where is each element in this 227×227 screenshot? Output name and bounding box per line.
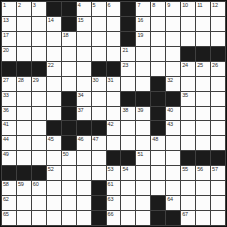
clue-number-27: 27 [3,77,9,83]
cell-r14c3[interactable] [47,211,61,225]
cell-r7c13[interactable] [196,107,210,121]
cell-r14c14[interactable] [211,211,225,225]
cell-r12c4[interactable] [62,181,76,195]
cell-r11c5[interactable] [77,166,91,180]
cell-r7c2[interactable] [32,107,46,121]
blocked-cell-r9c4 [62,136,76,150]
cell-r14c4[interactable] [62,211,76,225]
cell-r2c14[interactable] [211,32,225,46]
cell-r12c9[interactable] [136,181,150,195]
cell-r1c3[interactable]: 14 [47,17,61,31]
cell-r9c13[interactable] [196,136,210,150]
clue-number-33: 33 [3,92,9,98]
cell-r11c13[interactable]: 56 [196,166,210,180]
clue-number-12: 12 [212,2,218,8]
clue-number-60: 60 [33,181,39,187]
cell-r1c5[interactable]: 15 [77,17,91,31]
cell-r14c0[interactable]: 65 [2,211,16,225]
cell-r5c4[interactable] [62,77,76,91]
clue-number-42: 42 [108,121,114,127]
cell-r5c0[interactable]: 27 [2,77,16,91]
cell-r13c3[interactable] [47,196,61,210]
blocked-cell-r6c10 [151,92,165,106]
clue-number-62: 62 [3,196,9,202]
clue-number-31: 31 [108,77,114,83]
blocked-cell-r10c7 [107,151,121,165]
blocked-cell-r6c9 [136,92,150,106]
cell-r7c0[interactable]: 36 [2,107,16,121]
clue-number-50: 50 [63,151,69,157]
cell-r7c5[interactable]: 37 [77,107,91,121]
cell-r10c2[interactable] [32,151,46,165]
cell-r3c5[interactable] [77,47,91,61]
blocked-cell-r6c8 [121,92,135,106]
clue-number-10: 10 [182,2,188,8]
cell-r0c13[interactable]: 11 [196,2,210,16]
cell-r14c13[interactable] [196,211,210,225]
blocked-cell-r4c2 [32,62,46,76]
cell-r6c5[interactable]: 34 [77,92,91,106]
cell-r6c3[interactable] [47,92,61,106]
cell-r3c8[interactable]: 21 [121,47,135,61]
cell-r7c1[interactable] [17,107,31,121]
blocked-cell-r6c4 [62,92,76,106]
blocked-cell-r10c14 [211,151,225,165]
clue-number-16: 16 [137,17,143,23]
blocked-cell-r13c6 [92,196,106,210]
cell-r4c4[interactable] [62,62,76,76]
cell-r3c6[interactable] [92,47,106,61]
cell-r10c11[interactable] [166,151,180,165]
cell-r11c11[interactable] [166,166,180,180]
cell-r0c5[interactable]: 4 [77,2,91,16]
cell-r12c8[interactable] [121,181,135,195]
clue-number-41: 41 [3,121,9,127]
cell-r1c11[interactable] [166,17,180,31]
cell-r13c7[interactable]: 63 [107,196,121,210]
cell-r13c14[interactable] [211,196,225,210]
clue-number-19: 19 [137,32,143,38]
blocked-cell-r11c1 [17,166,31,180]
cell-r2c2[interactable] [32,32,46,46]
cell-r5c13[interactable] [196,77,210,91]
cell-r12c0[interactable]: 58 [2,181,16,195]
cell-r3c2[interactable] [32,47,46,61]
clue-number-56: 56 [197,166,203,172]
cell-r11c10[interactable] [151,166,165,180]
cell-r2c3[interactable] [47,32,61,46]
blocked-cell-r2c8 [121,32,135,46]
clue-number-66: 66 [108,211,114,217]
cell-r13c11[interactable]: 64 [166,196,180,210]
blocked-cell-r8c5 [77,121,91,135]
clue-number-57: 57 [212,166,218,172]
cell-r1c12[interactable] [181,17,195,31]
cell-r10c1[interactable] [17,151,31,165]
cell-r12c3[interactable] [47,181,61,195]
cell-r0c14[interactable]: 12 [211,2,225,16]
blocked-cell-r4c1 [17,62,31,76]
cell-r13c8[interactable] [121,196,135,210]
cell-r0c11[interactable]: 9 [166,2,180,16]
cell-r10c9[interactable]: 51 [136,151,150,165]
cell-r6c7[interactable] [107,92,121,106]
cell-r0c9[interactable]: 7 [136,2,150,16]
cell-r2c11[interactable] [166,32,180,46]
clue-number-6: 6 [108,2,111,8]
clue-number-20: 20 [3,47,9,53]
cell-r3c0[interactable]: 20 [2,47,16,61]
cell-r13c13[interactable] [196,196,210,210]
cell-r14c1[interactable] [17,211,31,225]
clue-number-15: 15 [78,17,84,23]
clue-number-17: 17 [3,32,9,38]
clue-number-67: 67 [182,211,188,217]
clue-number-28: 28 [18,77,24,83]
blocked-cell-r3c12 [181,47,195,61]
blocked-cell-r6c11 [166,92,180,106]
cell-r12c11[interactable] [166,181,180,195]
cell-r4c8[interactable]: 23 [121,62,135,76]
cell-r0c2[interactable]: 3 [32,2,46,16]
clue-number-8: 8 [152,2,155,8]
cell-r0c0[interactable]: 1 [2,2,16,16]
cell-r11c3[interactable]: 52 [47,166,61,180]
cell-r9c5[interactable]: 46 [77,136,91,150]
clue-number-11: 11 [197,2,202,8]
cell-r12c7[interactable]: 61 [107,181,121,195]
clue-number-35: 35 [182,92,188,98]
blocked-cell-r11c2 [32,166,46,180]
cell-r5c5[interactable] [77,77,91,91]
cell-r12c13[interactable] [196,181,210,195]
cell-r4c10[interactable] [151,62,165,76]
cell-r1c13[interactable] [196,17,210,31]
cell-r1c7[interactable] [107,17,121,31]
cell-r8c1[interactable] [17,121,31,135]
cell-r8c13[interactable] [196,121,210,135]
cell-r10c0[interactable]: 49 [2,151,16,165]
cell-r1c14[interactable] [211,17,225,31]
cell-r13c5[interactable] [77,196,91,210]
cell-r11c12[interactable]: 55 [181,166,195,180]
clue-number-7: 7 [137,2,140,8]
clue-number-3: 3 [33,2,36,8]
cell-r8c7[interactable]: 42 [107,121,121,135]
cell-r1c6[interactable] [92,17,106,31]
clue-number-25: 25 [197,62,203,68]
cell-r8c14[interactable] [211,121,225,135]
clue-number-64: 64 [167,196,173,202]
cell-r10c10[interactable] [151,151,165,165]
blocked-cell-r8c3 [47,121,61,135]
cell-r6c2[interactable] [32,92,46,106]
cell-r7c14[interactable] [211,107,225,121]
clue-number-40: 40 [167,107,173,113]
cell-r5c7[interactable]: 31 [107,77,121,91]
cell-r1c1[interactable] [17,17,31,31]
blocked-cell-r8c4 [62,121,76,135]
clue-number-61: 61 [108,181,114,187]
cell-r8c11[interactable]: 43 [166,121,180,135]
cell-r3c7[interactable] [107,47,121,61]
blocked-cell-r1c4 [62,17,76,31]
cell-r1c9[interactable]: 16 [136,17,150,31]
cell-r14c2[interactable] [32,211,46,225]
cell-r0c6[interactable]: 5 [92,2,106,16]
cell-r6c1[interactable] [17,92,31,106]
clue-number-21: 21 [122,47,128,53]
cell-r2c9[interactable]: 19 [136,32,150,46]
cell-r7c9[interactable]: 39 [136,107,150,121]
clue-number-23: 23 [122,62,128,68]
cell-r6c14[interactable] [211,92,225,106]
cell-r9c8[interactable] [121,136,135,150]
cell-r8c8[interactable] [121,121,135,135]
cell-r13c4[interactable] [62,196,76,210]
clue-number-32: 32 [167,77,173,83]
cell-r10c5[interactable] [77,151,91,165]
cell-r7c6[interactable] [92,107,106,121]
blocked-cell-r14c11 [166,211,180,225]
cell-r8c9[interactable] [136,121,150,135]
cell-r6c0[interactable]: 33 [2,92,16,106]
cell-r14c8[interactable] [121,211,135,225]
cell-r5c2[interactable]: 29 [32,77,46,91]
cell-r3c9[interactable] [136,47,150,61]
cell-r14c5[interactable] [77,211,91,225]
clue-number-1: 1 [3,2,6,8]
blocked-cell-r7c4 [62,107,76,121]
blocked-cell-r0c3 [47,2,61,16]
cell-r13c9[interactable] [136,196,150,210]
cell-r2c0[interactable]: 17 [2,32,16,46]
cell-r4c13[interactable]: 25 [196,62,210,76]
cell-r3c1[interactable] [17,47,31,61]
clue-number-55: 55 [182,166,188,172]
cell-r5c8[interactable] [121,77,135,91]
cell-r7c3[interactable] [47,107,61,121]
clue-number-52: 52 [48,166,54,172]
cell-r7c8[interactable]: 38 [121,107,135,121]
clue-number-46: 46 [78,136,84,142]
blocked-cell-r10c8 [121,151,135,165]
cell-r13c0[interactable]: 62 [2,196,16,210]
cell-r12c1[interactable]: 59 [17,181,31,195]
cell-r3c10[interactable] [151,47,165,61]
clue-number-51: 51 [137,151,143,157]
cell-r1c0[interactable]: 13 [2,17,16,31]
clue-number-26: 26 [212,62,218,68]
cell-r8c2[interactable] [32,121,46,135]
cell-r11c4[interactable] [62,166,76,180]
cell-r12c14[interactable] [211,181,225,195]
cell-r2c13[interactable] [196,32,210,46]
cell-r4c5[interactable] [77,62,91,76]
cell-r7c7[interactable] [107,107,121,121]
cell-r0c10[interactable]: 8 [151,2,165,16]
clue-number-53: 53 [108,166,114,172]
cell-r13c1[interactable] [17,196,31,210]
clue-number-38: 38 [122,107,128,113]
clue-number-13: 13 [3,17,9,23]
crossword-board: 1234567891011121314151617181920212223242… [0,0,227,227]
blocked-cell-r3c13 [196,47,210,61]
cell-r2c4[interactable]: 18 [62,32,76,46]
cell-r6c12[interactable]: 35 [181,92,195,106]
cell-r9c12[interactable] [181,136,195,150]
cell-r12c5[interactable] [77,181,91,195]
cell-r0c1[interactable]: 2 [17,2,31,16]
cell-r5c9[interactable] [136,77,150,91]
blocked-cell-r10c13 [196,151,210,165]
clue-number-44: 44 [3,136,9,142]
cell-r3c4[interactable] [62,47,76,61]
cell-r5c14[interactable] [211,77,225,91]
clue-number-58: 58 [3,181,9,187]
cell-r2c10[interactable] [151,32,165,46]
blocked-cell-r8c10 [151,121,165,135]
clue-number-48: 48 [152,136,158,142]
cell-r9c9[interactable] [136,136,150,150]
cell-r5c11[interactable]: 32 [166,77,180,91]
cell-r2c1[interactable] [17,32,31,46]
cell-r6c13[interactable] [196,92,210,106]
cell-r4c12[interactable]: 24 [181,62,195,76]
cell-r13c2[interactable] [32,196,46,210]
cell-r8c12[interactable] [181,121,195,135]
blocked-cell-r4c6 [92,62,106,76]
cell-r8c0[interactable]: 41 [2,121,16,135]
cell-r9c3[interactable]: 45 [47,136,61,150]
cell-r11c8[interactable]: 54 [121,166,135,180]
cell-r2c12[interactable] [181,32,195,46]
cell-r9c14[interactable] [211,136,225,150]
blocked-cell-r3c14 [211,47,225,61]
cell-r10c4[interactable]: 50 [62,151,76,165]
clue-number-36: 36 [3,107,9,113]
cell-r14c12[interactable]: 67 [181,211,195,225]
clue-number-59: 59 [18,181,24,187]
cell-r0c7[interactable]: 6 [107,2,121,16]
clue-number-65: 65 [3,211,9,217]
cell-r6c6[interactable] [92,92,106,106]
blocked-cell-r1c8 [121,17,135,31]
cell-r9c6[interactable]: 47 [92,136,106,150]
clue-number-43: 43 [167,121,173,127]
cell-r5c1[interactable]: 28 [17,77,31,91]
cell-r11c9[interactable] [136,166,150,180]
clue-number-4: 4 [78,2,81,8]
clue-number-22: 22 [48,62,54,68]
cell-r10c3[interactable] [47,151,61,165]
blocked-cell-r14c10 [151,211,165,225]
cell-r12c2[interactable]: 60 [32,181,46,195]
cell-r13c12[interactable] [181,196,195,210]
cell-r9c0[interactable]: 44 [2,136,16,150]
cell-r9c2[interactable] [32,136,46,150]
clue-number-30: 30 [93,77,99,83]
blocked-cell-r8c6 [92,121,106,135]
cell-r1c10[interactable] [151,17,165,31]
cell-r5c3[interactable] [47,77,61,91]
cell-r2c7[interactable] [107,32,121,46]
clue-number-29: 29 [33,77,39,83]
clue-number-47: 47 [93,136,99,142]
cell-r7c11[interactable]: 40 [166,107,180,121]
cell-r3c11[interactable] [166,47,180,61]
cell-r14c7[interactable]: 66 [107,211,121,225]
cell-r5c6[interactable]: 30 [92,77,106,91]
clue-number-2: 2 [18,2,21,8]
cell-r1c2[interactable] [32,17,46,31]
clue-number-49: 49 [3,151,9,157]
clue-number-18: 18 [63,32,69,38]
blocked-cell-r4c7 [107,62,121,76]
cell-r4c11[interactable] [166,62,180,76]
blocked-cell-r0c8 [121,2,135,16]
cell-r4c14[interactable]: 26 [211,62,225,76]
clue-number-14: 14 [48,17,54,23]
clue-number-5: 5 [93,2,96,8]
cell-r9c1[interactable] [17,136,31,150]
cell-r7c12[interactable] [181,107,195,121]
blocked-cell-r11c0 [2,166,16,180]
blocked-cell-r12c6 [92,181,106,195]
blocked-cell-r14c6 [92,211,106,225]
cell-r3c3[interactable] [47,47,61,61]
cell-r2c6[interactable] [92,32,106,46]
cell-r5c12[interactable] [181,77,195,91]
cell-r4c3[interactable]: 22 [47,62,61,76]
blocked-cell-r0c4 [62,2,76,16]
clue-number-9: 9 [167,2,170,8]
blocked-cell-r5c10 [151,77,165,91]
cell-r9c7[interactable] [107,136,121,150]
cell-r11c6[interactable] [92,166,106,180]
cell-r11c14[interactable]: 57 [211,166,225,180]
cell-r10c6[interactable] [92,151,106,165]
clue-number-39: 39 [137,107,143,113]
blocked-cell-r13c10 [151,196,165,210]
blocked-cell-r10c12 [181,151,195,165]
clue-number-24: 24 [182,62,188,68]
clue-number-54: 54 [122,166,128,172]
cell-r14c9[interactable] [136,211,150,225]
clue-number-45: 45 [48,136,54,142]
cell-r11c7[interactable]: 53 [107,166,121,180]
cell-r12c12[interactable] [181,181,195,195]
clue-number-37: 37 [78,107,84,113]
cell-r12c10[interactable] [151,181,165,195]
cell-r9c11[interactable] [166,136,180,150]
cell-r4c9[interactable] [136,62,150,76]
clue-number-34: 34 [78,92,84,98]
cell-r0c12[interactable]: 10 [181,2,195,16]
clue-number-63: 63 [108,196,114,202]
cell-r9c10[interactable]: 48 [151,136,165,150]
blocked-cell-r7c10 [151,107,165,121]
cell-r2c5[interactable] [77,32,91,46]
blocked-cell-r4c0 [2,62,16,76]
